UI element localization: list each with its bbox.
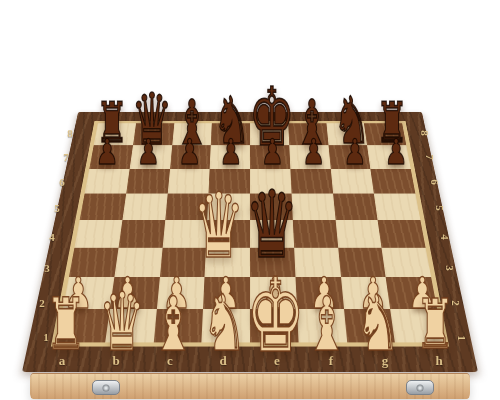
- board-box-front: [30, 373, 470, 399]
- piece-white-rook-a1[interactable]: ♜: [45, 314, 86, 360]
- square-a6[interactable]: [85, 169, 130, 194]
- piece-white-queen-b1[interactable]: ♛: [99, 310, 146, 362]
- square-g4[interactable]: [335, 220, 382, 248]
- piece-black-pawn-e7[interactable]: ♟: [261, 143, 284, 169]
- piece-white-king-e1[interactable]: ♚: [246, 302, 305, 368]
- piece-black-pawn-h7[interactable]: ♟: [384, 143, 407, 169]
- square-g6[interactable]: [330, 169, 374, 194]
- piece-white-knight-d1[interactable]: ♞: [202, 312, 247, 362]
- piece-black-pawn-b7[interactable]: ♟: [137, 143, 160, 169]
- piece-white-bishop-c1[interactable]: ♝: [152, 313, 195, 361]
- piece-black-pawn-g7[interactable]: ♟: [343, 143, 366, 169]
- piece-white-queen-d4[interactable]: ♛: [193, 213, 245, 271]
- chess-set-photo: abcdefgh1122334455667788 ♜♛♝♞♚♝♞♜♟♟♟♟♟♟♟…: [0, 0, 500, 400]
- square-b4[interactable]: [118, 220, 165, 248]
- latch-icon: [406, 380, 434, 395]
- square-a4[interactable]: [74, 220, 122, 248]
- latch-icon: [92, 380, 120, 395]
- piece-black-pawn-a7[interactable]: ♟: [96, 143, 119, 169]
- square-b6[interactable]: [126, 169, 170, 194]
- piece-black-pawn-c7[interactable]: ♟: [178, 143, 201, 169]
- square-b5[interactable]: [122, 194, 167, 220]
- square-h4[interactable]: [378, 220, 426, 248]
- square-h5[interactable]: [374, 194, 420, 220]
- piece-white-rook-h1[interactable]: ♜: [415, 315, 454, 359]
- square-a5[interactable]: [80, 194, 126, 220]
- square-f4[interactable]: [293, 220, 338, 248]
- piece-black-pawn-d7[interactable]: ♟: [219, 143, 242, 169]
- square-h6[interactable]: [371, 169, 416, 194]
- piece-white-knight-g1[interactable]: ♞: [356, 312, 401, 362]
- square-g5[interactable]: [333, 194, 378, 220]
- piece-white-bishop-f1[interactable]: ♝: [305, 313, 348, 361]
- piece-black-pawn-f7[interactable]: ♟: [302, 143, 325, 169]
